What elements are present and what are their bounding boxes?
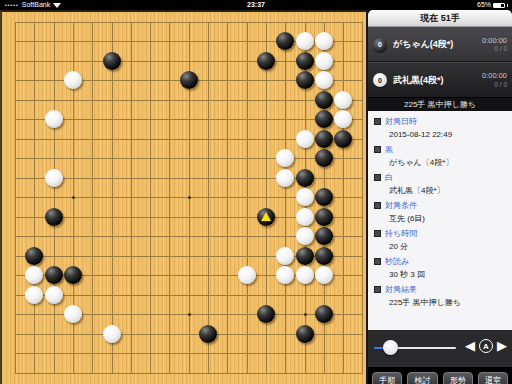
white-stone bbox=[296, 208, 314, 226]
info-label: 秒読み bbox=[385, 256, 409, 267]
slider-track bbox=[390, 347, 456, 349]
black-stone bbox=[315, 130, 333, 148]
game-detail-list: 対局日時 2015-08-12 22:49 黒 がちゃん〔4段*〕 白 武礼黒〔… bbox=[368, 111, 512, 330]
black-stone bbox=[315, 208, 333, 226]
info-value: 武礼黒〔4段*〕 bbox=[389, 184, 512, 197]
list-item: 持ち時間 20 分 bbox=[374, 227, 512, 253]
grid-line bbox=[285, 22, 286, 374]
white-stone bbox=[334, 110, 352, 128]
app-screen: ••••• SoftBank 23:37 65% 現在 51手 0 がちゃん(4… bbox=[0, 0, 512, 384]
previous-move-button[interactable]: ◀ bbox=[465, 336, 475, 356]
move-counter-header: 現在 51手 bbox=[368, 10, 512, 27]
info-value: 225手 黒中押し勝ち bbox=[389, 296, 512, 309]
black-stone bbox=[257, 52, 275, 70]
black-byoyomi-periods: 0 / 0 bbox=[482, 45, 507, 53]
white-stone bbox=[276, 149, 294, 167]
info-label: 持ち時間 bbox=[385, 228, 417, 239]
white-stone bbox=[296, 130, 314, 148]
white-stone bbox=[315, 71, 333, 89]
white-stone bbox=[45, 110, 63, 128]
white-stone bbox=[64, 305, 82, 323]
list-bullet-icon bbox=[374, 202, 381, 209]
list-item: 黒 がちゃん〔4段*〕 bbox=[374, 143, 512, 169]
black-stone bbox=[45, 266, 63, 284]
list-item: 対局条件 互先 (6目) bbox=[374, 199, 512, 225]
grid-line bbox=[208, 22, 209, 374]
black-stone bbox=[315, 247, 333, 265]
black-stone bbox=[296, 71, 314, 89]
list-bullet-icon bbox=[374, 258, 381, 265]
list-bullet-icon bbox=[374, 286, 381, 293]
grid-line bbox=[227, 22, 228, 374]
list-bullet-icon bbox=[374, 230, 381, 237]
player-row-white: 0 武礼黒(4段*) 0:00:00 0 / 0 bbox=[368, 62, 512, 97]
last-move-marker bbox=[261, 212, 271, 221]
black-stone bbox=[199, 325, 217, 343]
move-slider[interactable] bbox=[374, 340, 456, 356]
black-stone bbox=[296, 247, 314, 265]
white-stone bbox=[238, 266, 256, 284]
star-point bbox=[188, 196, 191, 199]
info-value: 20 分 bbox=[389, 240, 512, 253]
white-clock: 0:00:00 bbox=[482, 71, 507, 80]
review-button[interactable]: 検討 bbox=[407, 372, 437, 384]
grid-line bbox=[343, 22, 344, 374]
black-stone bbox=[334, 130, 352, 148]
grid-line bbox=[247, 22, 248, 374]
white-stone bbox=[276, 247, 294, 265]
info-label: 対局条件 bbox=[385, 200, 417, 211]
info-value: がちゃん〔4段*〕 bbox=[389, 156, 512, 169]
battery-nub bbox=[507, 4, 508, 7]
white-stone bbox=[103, 325, 121, 343]
black-stone bbox=[315, 227, 333, 245]
white-stone bbox=[276, 169, 294, 187]
white-byoyomi-periods: 0 / 0 bbox=[482, 81, 507, 89]
star-point bbox=[72, 196, 75, 199]
game-result-bar: 225手 黒中押し勝ち bbox=[368, 97, 512, 111]
grid-line bbox=[362, 22, 363, 374]
black-stone bbox=[276, 32, 294, 50]
black-stone bbox=[315, 91, 333, 109]
player-row-black: 0 がちゃん(4段*) 0:00:00 0 / 0 bbox=[368, 27, 512, 62]
list-item: 対局日時 2015-08-12 22:49 bbox=[374, 115, 512, 141]
white-stone bbox=[334, 91, 352, 109]
players-panel: 0 がちゃん(4段*) 0:00:00 0 / 0 0 武礼黒(4段*) 0:0… bbox=[368, 27, 512, 97]
star-point bbox=[304, 313, 307, 316]
black-stone bbox=[45, 208, 63, 226]
next-move-button[interactable]: ▶ bbox=[497, 336, 507, 356]
go-board[interactable] bbox=[0, 10, 368, 384]
white-stone bbox=[296, 266, 314, 284]
black-stone bbox=[315, 305, 333, 323]
list-item: 秒読み 30 秒 3 回 bbox=[374, 255, 512, 281]
clock-label: 23:37 bbox=[0, 0, 512, 10]
black-stone bbox=[315, 188, 333, 206]
black-stone bbox=[180, 71, 198, 89]
battery-percent-label: 65% bbox=[477, 0, 491, 10]
grid-line bbox=[15, 353, 363, 354]
info-label: 黒 bbox=[385, 144, 393, 155]
white-stone bbox=[315, 52, 333, 70]
black-stone bbox=[103, 52, 121, 70]
black-stone bbox=[296, 52, 314, 70]
position-judge-button[interactable]: 形勢 bbox=[443, 372, 473, 384]
black-stone bbox=[257, 208, 275, 226]
white-stone-capture-badge: 0 bbox=[373, 73, 387, 87]
black-stone bbox=[315, 110, 333, 128]
leave-room-button[interactable]: 退室 bbox=[478, 372, 508, 384]
info-value: 互先 (6目) bbox=[389, 212, 512, 225]
white-stone bbox=[25, 266, 43, 284]
list-item: 白 武礼黒〔4段*〕 bbox=[374, 171, 512, 197]
white-stone bbox=[64, 71, 82, 89]
info-label: 対局日時 bbox=[385, 116, 417, 127]
black-stone bbox=[296, 169, 314, 187]
white-stone bbox=[45, 169, 63, 187]
moves-button[interactable]: 手順 bbox=[372, 372, 402, 384]
white-stone bbox=[315, 266, 333, 284]
black-stone bbox=[64, 266, 82, 284]
black-stone bbox=[296, 325, 314, 343]
autoplay-button[interactable]: A bbox=[479, 339, 493, 353]
action-buttons-bar: 手順 検討 形勢 退室 bbox=[368, 367, 512, 384]
white-stone bbox=[276, 266, 294, 284]
status-bar: ••••• SoftBank 23:37 65% bbox=[0, 0, 512, 10]
black-stone bbox=[257, 305, 275, 323]
white-stone bbox=[315, 32, 333, 50]
grid-line bbox=[15, 295, 363, 296]
list-bullet-icon bbox=[374, 118, 381, 125]
white-stone bbox=[45, 286, 63, 304]
game-info-sidebar: 現在 51手 0 がちゃん(4段*) 0:00:00 0 / 0 0 武礼黒(4… bbox=[368, 10, 512, 384]
black-clock: 0:00:00 bbox=[482, 36, 507, 45]
info-label: 白 bbox=[385, 172, 393, 183]
battery-icon bbox=[493, 3, 505, 8]
list-item: 対局結果 225手 黒中押し勝ち bbox=[374, 283, 512, 309]
star-point bbox=[188, 313, 191, 316]
black-stone bbox=[25, 247, 43, 265]
info-value: 2015-08-12 22:49 bbox=[389, 128, 512, 141]
list-bullet-icon bbox=[374, 174, 381, 181]
list-bullet-icon bbox=[374, 146, 381, 153]
white-stone bbox=[296, 227, 314, 245]
black-stone-capture-badge: 0 bbox=[373, 38, 387, 52]
playback-controls: ◀ A ▶ 手順 検討 形勢 退室 bbox=[368, 330, 512, 384]
white-player-name: 武礼黒(4段*) bbox=[393, 74, 476, 87]
white-stone bbox=[296, 32, 314, 50]
white-stone bbox=[25, 286, 43, 304]
info-label: 対局結果 bbox=[385, 284, 417, 295]
black-player-name: がちゃん(4段*) bbox=[393, 38, 476, 51]
grid-line bbox=[15, 373, 363, 374]
black-stone bbox=[315, 149, 333, 167]
white-stone bbox=[296, 188, 314, 206]
slider-knob[interactable] bbox=[383, 340, 398, 355]
info-value: 30 秒 3 回 bbox=[389, 268, 512, 281]
